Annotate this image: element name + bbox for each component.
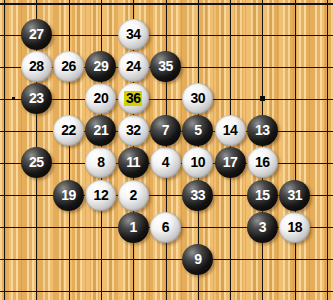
move-number: 14 [223, 123, 238, 138]
move-number: 25 [29, 155, 44, 170]
stone-15-black[interactable]: 15 [247, 180, 278, 211]
last-move-number: 36 [124, 91, 143, 106]
move-number: 5 [194, 123, 201, 138]
stone-10-white[interactable]: 10 [182, 147, 213, 178]
move-number: 8 [97, 155, 104, 170]
stone-5-black[interactable]: 5 [182, 115, 213, 146]
stone-14-white[interactable]: 14 [215, 115, 246, 146]
move-number: 16 [255, 155, 270, 170]
move-number: 1 [130, 220, 137, 235]
stone-6-white[interactable]: 6 [150, 212, 181, 243]
move-number: 10 [190, 155, 205, 170]
move-number: 4 [162, 155, 169, 170]
move-number: 2 [130, 188, 137, 203]
stone-35-black[interactable]: 35 [150, 51, 181, 82]
move-number: 7 [162, 123, 169, 138]
move-number: 34 [126, 27, 141, 42]
move-number: 17 [223, 155, 238, 170]
go-board[interactable]: 1234567891011121314151617181920212223242… [0, 0, 333, 300]
move-number: 24 [126, 59, 141, 74]
stone-31-black[interactable]: 31 [279, 180, 310, 211]
stone-2-white[interactable]: 2 [118, 180, 149, 211]
move-number: 19 [61, 188, 76, 203]
stone-3-black[interactable]: 3 [247, 212, 278, 243]
stone-32-white[interactable]: 32 [118, 115, 149, 146]
stone-18-white[interactable]: 18 [279, 212, 310, 243]
move-number: 13 [255, 123, 270, 138]
move-number: 9 [194, 252, 201, 267]
stone-11-black[interactable]: 11 [118, 147, 149, 178]
stone-25-black[interactable]: 25 [21, 147, 52, 178]
move-number: 26 [61, 59, 76, 74]
stone-28-white[interactable]: 28 [21, 51, 52, 82]
move-number: 15 [255, 188, 270, 203]
stone-21-black[interactable]: 21 [85, 115, 116, 146]
move-number: 23 [29, 91, 44, 106]
stone-27-black[interactable]: 27 [21, 19, 52, 50]
stone-13-black[interactable]: 13 [247, 115, 278, 146]
stone-23-black[interactable]: 23 [21, 83, 52, 114]
stone-30-white[interactable]: 30 [182, 83, 213, 114]
move-number: 33 [190, 188, 205, 203]
move-number: 12 [94, 188, 109, 203]
stones-layer: 1234567891011121314151617181920212223242… [4, 3, 333, 300]
stone-33-black[interactable]: 33 [182, 180, 213, 211]
move-number: 22 [61, 123, 76, 138]
move-number: 11 [126, 155, 140, 170]
stone-17-black[interactable]: 17 [215, 147, 246, 178]
stone-12-white[interactable]: 12 [85, 180, 116, 211]
stone-22-white[interactable]: 22 [53, 115, 84, 146]
move-number: 6 [162, 220, 169, 235]
move-number: 32 [126, 123, 141, 138]
stone-34-white[interactable]: 34 [118, 19, 149, 50]
move-number: 29 [94, 59, 109, 74]
move-number: 28 [29, 59, 44, 74]
stone-19-black[interactable]: 19 [53, 180, 84, 211]
stone-9-black[interactable]: 9 [182, 244, 213, 275]
move-number: 31 [287, 188, 302, 203]
stone-24-white[interactable]: 24 [118, 51, 149, 82]
stone-36-white[interactable]: 36 [118, 83, 149, 114]
move-number: 20 [94, 91, 109, 106]
stone-4-white[interactable]: 4 [150, 147, 181, 178]
move-number: 35 [158, 59, 173, 74]
stone-8-white[interactable]: 8 [85, 147, 116, 178]
move-number: 3 [259, 220, 266, 235]
stone-26-white[interactable]: 26 [53, 51, 84, 82]
stone-16-white[interactable]: 16 [247, 147, 278, 178]
move-number: 30 [190, 91, 205, 106]
stone-7-black[interactable]: 7 [150, 115, 181, 146]
move-number: 27 [29, 27, 44, 42]
stone-29-black[interactable]: 29 [85, 51, 116, 82]
stone-1-black[interactable]: 1 [118, 212, 149, 243]
stone-20-white[interactable]: 20 [85, 83, 116, 114]
move-number: 18 [287, 220, 302, 235]
move-number: 21 [94, 123, 109, 138]
